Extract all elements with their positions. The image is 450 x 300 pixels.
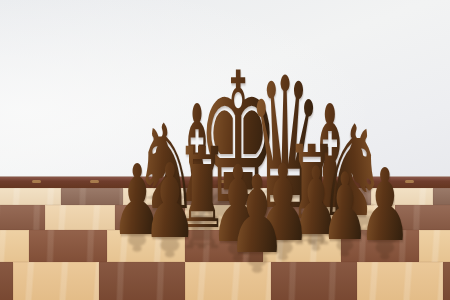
board-square[interactable] <box>433 188 450 205</box>
board-square[interactable] <box>45 205 115 230</box>
piece-pawn-4[interactable]: ♟ <box>227 162 287 269</box>
board-square[interactable] <box>443 262 450 300</box>
board-square[interactable] <box>419 230 450 262</box>
board-square[interactable] <box>0 205 45 230</box>
board-square[interactable] <box>99 262 185 300</box>
board-square[interactable] <box>0 188 61 205</box>
chess-photo-scene: ♚♚♝♝♛♛♝♝♞♞♞♞♜♜♜♜♟♟♟♟♟♟♟♟♟♟♟♟♟♟♟♟ <box>0 0 450 300</box>
board-square[interactable] <box>0 230 29 262</box>
board-square[interactable] <box>13 262 99 300</box>
piece-pawn-8[interactable]: ♟ <box>358 156 412 256</box>
piece-pawn-2[interactable]: ♟ <box>142 151 197 254</box>
board-square[interactable] <box>0 262 13 300</box>
rail-inlay-mark <box>90 180 99 183</box>
rail-inlay-mark <box>32 180 41 183</box>
board-square[interactable] <box>29 230 107 262</box>
